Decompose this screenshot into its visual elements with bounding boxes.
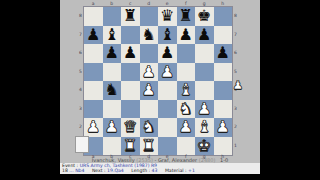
square-f8: ♜ [177, 7, 196, 26]
square-d5: ♟ [140, 63, 159, 82]
square-c6: ♟ [121, 44, 140, 63]
black-rook: ♜ [121, 7, 140, 26]
file-label-a: a [84, 1, 103, 7]
square-f5 [177, 63, 196, 82]
rank-labels-left: 87654321 [78, 7, 83, 155]
black-pawn: ♟ [103, 44, 122, 63]
rank-label-4: 4 [78, 81, 83, 100]
square-c2: ♛ [121, 118, 140, 137]
square-f6 [177, 44, 196, 63]
square-b3 [103, 100, 122, 119]
white-knight: ♞ [177, 100, 196, 119]
black-pawn: ♟ [158, 44, 177, 63]
square-g8: ♚ [195, 7, 214, 26]
rank-label-8: 8 [78, 7, 83, 26]
file-label-b: b [103, 1, 122, 7]
square-g4 [195, 81, 214, 100]
move-number: 18 [62, 168, 68, 173]
white-player-rating: (2535) [136, 157, 153, 163]
white-pawn: ♟ [158, 63, 177, 82]
material-value: +1 [188, 168, 195, 173]
square-c4 [121, 81, 140, 100]
square-a6 [84, 44, 103, 63]
square-h1 [214, 137, 233, 156]
square-f4: ♝ [177, 81, 196, 100]
square-f2: ♟ [177, 118, 196, 137]
white-pawn: ♟ [177, 118, 196, 137]
black-player-name: Graf, Alexander [158, 157, 197, 163]
square-c5 [121, 63, 140, 82]
corner-box [75, 136, 89, 153]
rank-label-7: 7 [78, 26, 83, 45]
file-label-e: e [158, 1, 177, 7]
white-player-name: Ivanchuk, Vassily [92, 157, 135, 163]
white-pawn-icon: ♟ [233, 78, 244, 92]
square-e7: ♝ [158, 26, 177, 45]
white-pawn: ♟ [140, 81, 159, 100]
rank-label-3: 3 [78, 100, 83, 119]
white-queen: ♛ [121, 118, 140, 137]
square-b4: ♞ [103, 81, 122, 100]
white-king: ♚ [195, 137, 214, 156]
square-d3 [140, 100, 159, 119]
square-e8: ♛ [158, 7, 177, 26]
white-bishop: ♝ [177, 81, 196, 100]
square-h2: ♟ [214, 118, 233, 137]
white-knight: ♞ [140, 118, 159, 137]
square-b5 [103, 63, 122, 82]
black-bishop: ♝ [103, 26, 122, 45]
square-h7 [214, 26, 233, 45]
square-h6: ♟ [214, 44, 233, 63]
white-pawn: ♟ [84, 118, 103, 137]
black-knight: ♞ [103, 81, 122, 100]
next-move: 19.Qa4 [107, 168, 124, 173]
square-a7: ♟ [84, 26, 103, 45]
square-e5: ♟ [158, 63, 177, 82]
square-f3: ♞ [177, 100, 196, 119]
last-move: ... Nb4 [69, 168, 84, 173]
players-separator: - [155, 157, 157, 163]
chess-gui-panel: abcdefgh 87654321 87654321 ♜♛♜♚♟♝♞♝♟♟♟♟♟… [60, 0, 260, 174]
rank-label-2: 2 [78, 118, 83, 137]
material-label: Material : [165, 168, 187, 173]
square-b8 [103, 7, 122, 26]
square-a4 [84, 81, 103, 100]
square-b7: ♝ [103, 26, 122, 45]
rank-label-2: 2 [233, 118, 238, 137]
square-g6 [195, 44, 214, 63]
black-pawn: ♟ [84, 26, 103, 45]
rank-label-7: 7 [233, 26, 238, 45]
square-c8: ♜ [121, 7, 140, 26]
square-f7: ♟ [177, 26, 196, 45]
square-d7: ♞ [140, 26, 159, 45]
square-g7: ♟ [195, 26, 214, 45]
square-a3 [84, 100, 103, 119]
white-pawn: ♟ [140, 63, 159, 82]
white-rook: ♜ [140, 137, 159, 156]
square-h8 [214, 7, 233, 26]
length-label: Length : [131, 168, 150, 173]
file-label-g: g [195, 1, 214, 7]
black-pawn: ♟ [177, 26, 196, 45]
game-result: 1-0 [220, 157, 228, 163]
white-pawn: ♟ [195, 100, 214, 119]
black-king: ♚ [195, 7, 214, 26]
square-g1: ♚ [195, 137, 214, 156]
square-h5 [214, 63, 233, 82]
square-e2 [158, 118, 177, 137]
square-e3 [158, 100, 177, 119]
square-g3: ♟ [195, 100, 214, 119]
square-b1 [103, 137, 122, 156]
white-pawn: ♟ [103, 118, 122, 137]
white-bishop: ♝ [195, 118, 214, 137]
square-a2: ♟ [84, 118, 103, 137]
rank-label-3: 3 [233, 100, 238, 119]
square-e4 [158, 81, 177, 100]
rank-label-6: 6 [78, 44, 83, 63]
rank-label-5: 5 [78, 63, 83, 82]
square-d4: ♟ [140, 81, 159, 100]
square-g2: ♝ [195, 118, 214, 137]
file-label-h: h [214, 1, 233, 7]
status-line: 18 ... Nb4 Next : 19.Qa4 Length : 43 Mat… [60, 168, 260, 173]
length-value: 43 [152, 168, 158, 173]
black-pawn: ♟ [214, 44, 233, 63]
info-band: Event : URS Army ch, Tashkent (1987) R9 … [60, 163, 260, 174]
video-frame: abcdefgh 87654321 87654321 ♜♛♜♚♟♝♞♝♟♟♟♟♟… [0, 0, 320, 180]
black-rook: ♜ [177, 7, 196, 26]
square-e6: ♟ [158, 44, 177, 63]
square-h4 [214, 81, 233, 100]
rank-label-6: 6 [233, 44, 238, 63]
square-g5 [195, 63, 214, 82]
square-d6 [140, 44, 159, 63]
black-queen: ♛ [158, 7, 177, 26]
white-rook: ♜ [121, 137, 140, 156]
file-label-d: d [140, 1, 159, 7]
square-c1: ♜ [121, 137, 140, 156]
event-label: Event : [62, 163, 78, 168]
rank-label-1: 1 [233, 137, 238, 156]
black-bishop: ♝ [158, 26, 177, 45]
black-pawn: ♟ [121, 44, 140, 63]
rank-label-8: 8 [233, 7, 238, 26]
square-a8 [84, 7, 103, 26]
square-b6: ♟ [103, 44, 122, 63]
black-player-rating: (2480) [199, 157, 216, 163]
file-labels-top: abcdefgh [84, 1, 232, 7]
square-a5 [84, 63, 103, 82]
square-c7 [121, 26, 140, 45]
file-label-f: f [177, 1, 196, 7]
square-d1: ♜ [140, 137, 159, 156]
square-h3 [214, 100, 233, 119]
white-pawn: ♟ [214, 118, 233, 137]
black-knight: ♞ [140, 26, 159, 45]
square-b2: ♟ [103, 118, 122, 137]
file-label-c: c [121, 1, 140, 7]
square-f1 [177, 137, 196, 156]
event-value: URS Army ch, Tashkent (1987) R9 [80, 163, 157, 168]
square-e1 [158, 137, 177, 156]
square-d2: ♞ [140, 118, 159, 137]
next-label: Next : [92, 168, 106, 173]
chess-board: ♜♛♜♚♟♝♞♝♟♟♟♟♟♟♟♟♞♟♝♞♟♟♟♛♞♟♝♟♜♜♚ [84, 7, 232, 155]
black-pawn: ♟ [195, 26, 214, 45]
square-c3 [121, 100, 140, 119]
square-d8 [140, 7, 159, 26]
